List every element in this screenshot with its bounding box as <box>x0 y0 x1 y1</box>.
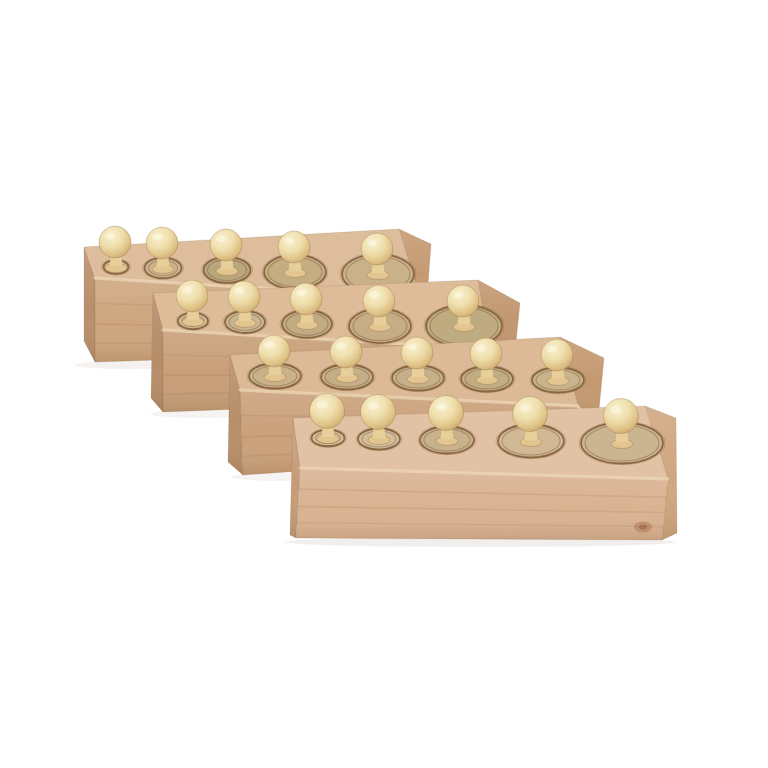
block-2-knob-highlight-4 <box>369 291 379 298</box>
block-2-knob-1 <box>176 280 208 312</box>
block-2-knob-4 <box>363 285 395 317</box>
block-2-knob-5 <box>447 285 479 317</box>
block-3-knob-4 <box>470 338 502 370</box>
block-1-knob-highlight-4 <box>284 237 294 244</box>
block-2-knob-highlight-3 <box>296 289 306 296</box>
block-1-knob-highlight-3 <box>216 235 226 242</box>
block-4-knob-highlight-3 <box>435 403 446 411</box>
block-3-knob-3 <box>401 337 433 369</box>
block-2-cylinder-1 <box>176 280 210 330</box>
block-2-knob-highlight-1 <box>182 286 192 293</box>
block-1-knob-1 <box>99 226 131 258</box>
block-2-knob-2 <box>228 281 260 313</box>
block-1-knob-4 <box>278 231 310 263</box>
block-4-knob-3 <box>429 396 464 431</box>
block-1-knob-5 <box>361 233 393 265</box>
cylinder-blocks-scene <box>0 0 768 768</box>
block-3-knob-5 <box>541 339 573 371</box>
block-4-cylinder-1 <box>310 394 347 448</box>
block-3-knob-highlight-1 <box>264 341 274 348</box>
block-1-cylinder-1 <box>99 226 131 275</box>
block-4-wood-knot-core <box>639 525 647 530</box>
block-1-knob-3 <box>210 229 242 261</box>
block-1-knob-2 <box>146 227 178 259</box>
product-photo <box>0 0 768 768</box>
block-3-knob-1 <box>258 335 290 367</box>
block-1-knob-highlight-2 <box>152 233 162 240</box>
block-2-knob-highlight-2 <box>234 287 244 294</box>
block-3-knob-highlight-2 <box>336 342 346 349</box>
block-4-knob-highlight-2 <box>367 402 378 410</box>
block-4-knob-highlight-4 <box>519 404 530 412</box>
block-3-knob-highlight-3 <box>407 343 417 350</box>
block-3-knob-2 <box>330 336 362 368</box>
block-4-knob-highlight-1 <box>316 401 327 409</box>
block-4-knob-4 <box>513 397 548 432</box>
block-2-knob-highlight-5 <box>453 291 463 298</box>
block-4-knob-1 <box>310 394 345 429</box>
block-1-knob-highlight-5 <box>367 239 377 246</box>
block-1-knob-highlight-1 <box>105 232 115 239</box>
block-3-knob-highlight-5 <box>547 345 557 352</box>
block-4-knob-5 <box>604 399 639 434</box>
block-4-knob-2 <box>361 395 396 430</box>
block-4-knob-highlight-5 <box>610 406 621 414</box>
block-3-knob-highlight-4 <box>476 344 486 351</box>
block-2-knob-3 <box>290 283 322 315</box>
